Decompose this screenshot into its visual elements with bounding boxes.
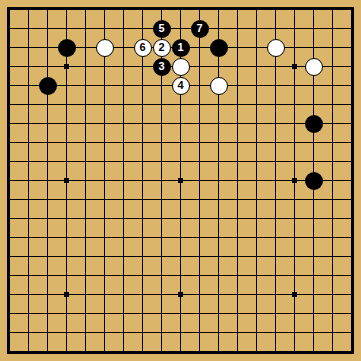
intersection-E11 [76,152,95,171]
intersection-M9 [209,190,228,209]
intersection-N1 [228,342,247,361]
intersection-S3 [323,304,342,323]
intersection-E19 [76,0,95,19]
intersection-P3 [266,304,285,323]
intersection-S16 [323,57,342,76]
intersection-M12 [209,133,228,152]
intersection-P15 [266,76,285,95]
go-board: 5762134 [0,0,361,361]
intersection-R6 [304,247,323,266]
intersection-H16 [133,57,152,76]
intersection-M16 [209,57,228,76]
intersection-L13 [190,114,209,133]
intersection-C11 [38,152,57,171]
intersection-N4 [228,285,247,304]
intersection-E3 [76,304,95,323]
intersection-D11 [57,152,76,171]
intersection-D7 [57,228,76,247]
intersection-M17 [209,38,228,57]
white-stone-M15 [210,77,228,95]
intersection-O1 [247,342,266,361]
intersection-C1 [38,342,57,361]
intersection-Q13 [285,114,304,133]
intersection-N14 [228,95,247,114]
intersection-O4 [247,285,266,304]
intersection-O9 [247,190,266,209]
intersection-J18: 5 [152,19,171,38]
intersection-F18 [95,19,114,38]
intersection-S7 [323,228,342,247]
intersection-P18 [266,19,285,38]
intersection-M7 [209,228,228,247]
intersection-O18 [247,19,266,38]
intersection-S10 [323,171,342,190]
intersection-K17: 1 [171,38,190,57]
intersection-A10 [0,171,19,190]
intersection-F17 [95,38,114,57]
star-point-D16 [64,64,69,69]
intersection-H5 [133,266,152,285]
intersection-G19 [114,0,133,19]
intersection-G2 [114,323,133,342]
intersection-F8 [95,209,114,228]
star-point-K10 [178,178,183,183]
intersection-D17 [57,38,76,57]
intersection-A3 [0,304,19,323]
intersection-O8 [247,209,266,228]
intersection-B1 [19,342,38,361]
intersection-J13 [152,114,171,133]
intersection-H1 [133,342,152,361]
intersection-R18 [304,19,323,38]
intersection-C10 [38,171,57,190]
intersection-G14 [114,95,133,114]
intersection-K11 [171,152,190,171]
intersection-A13 [0,114,19,133]
intersection-J1 [152,342,171,361]
intersection-P9 [266,190,285,209]
intersection-T5 [342,266,361,285]
intersection-L4 [190,285,209,304]
intersection-L7 [190,228,209,247]
intersection-M11 [209,152,228,171]
intersection-L15 [190,76,209,95]
intersection-M8 [209,209,228,228]
intersection-C8 [38,209,57,228]
intersection-R15 [304,76,323,95]
intersection-L18: 7 [190,19,209,38]
intersection-B16 [19,57,38,76]
intersection-H13 [133,114,152,133]
intersection-O19 [247,0,266,19]
intersection-N16 [228,57,247,76]
intersection-O7 [247,228,266,247]
intersection-T8 [342,209,361,228]
intersection-S8 [323,209,342,228]
intersection-K19 [171,0,190,19]
intersection-R13 [304,114,323,133]
intersection-Q7 [285,228,304,247]
intersection-L12 [190,133,209,152]
intersection-E16 [76,57,95,76]
intersection-M10 [209,171,228,190]
intersection-D8 [57,209,76,228]
intersection-Q12 [285,133,304,152]
intersection-L1 [190,342,209,361]
intersection-K2 [171,323,190,342]
white-stone-K15: 4 [172,77,190,95]
intersection-S19 [323,0,342,19]
intersection-G15 [114,76,133,95]
intersection-B17 [19,38,38,57]
intersection-P14 [266,95,285,114]
intersection-T2 [342,323,361,342]
intersection-T16 [342,57,361,76]
intersection-B3 [19,304,38,323]
intersection-R11 [304,152,323,171]
intersection-N19 [228,0,247,19]
star-point-D10 [64,178,69,183]
intersection-E13 [76,114,95,133]
intersection-E17 [76,38,95,57]
intersection-J10 [152,171,171,190]
intersection-B5 [19,266,38,285]
intersection-E5 [76,266,95,285]
intersection-H3 [133,304,152,323]
intersection-H19 [133,0,152,19]
black-stone-J18: 5 [153,20,171,38]
intersection-G9 [114,190,133,209]
intersection-T7 [342,228,361,247]
white-stone-K16 [172,58,190,76]
intersection-J14 [152,95,171,114]
intersection-M14 [209,95,228,114]
intersection-G6 [114,247,133,266]
intersection-E18 [76,19,95,38]
intersection-K14 [171,95,190,114]
intersection-G13 [114,114,133,133]
intersection-E2 [76,323,95,342]
intersection-H7 [133,228,152,247]
intersection-L8 [190,209,209,228]
intersection-C7 [38,228,57,247]
intersection-H12 [133,133,152,152]
intersection-E10 [76,171,95,190]
intersection-F16 [95,57,114,76]
intersection-R4 [304,285,323,304]
intersection-H6 [133,247,152,266]
intersection-K6 [171,247,190,266]
intersection-R7 [304,228,323,247]
intersection-B19 [19,0,38,19]
intersection-N5 [228,266,247,285]
intersection-S15 [323,76,342,95]
intersection-B10 [19,171,38,190]
move-number-label: 1 [177,42,183,53]
intersection-M18 [209,19,228,38]
intersection-N7 [228,228,247,247]
intersection-N8 [228,209,247,228]
intersection-H17: 6 [133,38,152,57]
intersection-A8 [0,209,19,228]
intersection-F13 [95,114,114,133]
intersection-L11 [190,152,209,171]
intersection-D2 [57,323,76,342]
intersection-G1 [114,342,133,361]
star-point-D4 [64,292,69,297]
intersection-P11 [266,152,285,171]
white-stone-H17: 6 [134,39,152,57]
intersection-A15 [0,76,19,95]
intersection-P12 [266,133,285,152]
intersection-B8 [19,209,38,228]
intersection-M13 [209,114,228,133]
intersection-F2 [95,323,114,342]
intersection-T10 [342,171,361,190]
intersection-Q2 [285,323,304,342]
intersection-F12 [95,133,114,152]
intersection-B6 [19,247,38,266]
intersection-J19 [152,0,171,19]
intersection-N12 [228,133,247,152]
intersection-G5 [114,266,133,285]
intersection-N2 [228,323,247,342]
intersection-O14 [247,95,266,114]
move-number-label: 7 [196,23,202,34]
intersection-P1 [266,342,285,361]
intersection-A7 [0,228,19,247]
intersection-K12 [171,133,190,152]
intersection-G7 [114,228,133,247]
intersection-H18 [133,19,152,38]
intersection-B15 [19,76,38,95]
intersection-S1 [323,342,342,361]
intersection-N11 [228,152,247,171]
intersection-P8 [266,209,285,228]
intersection-H11 [133,152,152,171]
intersection-M4 [209,285,228,304]
intersection-R9 [304,190,323,209]
intersection-C2 [38,323,57,342]
intersection-J9 [152,190,171,209]
intersection-A19 [0,0,19,19]
intersection-K15: 4 [171,76,190,95]
intersection-E4 [76,285,95,304]
intersection-Q14 [285,95,304,114]
intersection-S17 [323,38,342,57]
intersection-G8 [114,209,133,228]
move-number-label: 5 [158,23,164,34]
intersection-M2 [209,323,228,342]
white-stone-F17 [96,39,114,57]
intersection-F6 [95,247,114,266]
intersection-O11 [247,152,266,171]
intersection-J7 [152,228,171,247]
intersection-S2 [323,323,342,342]
white-stone-R16 [305,58,323,76]
intersection-B4 [19,285,38,304]
intersection-C9 [38,190,57,209]
intersection-M15 [209,76,228,95]
intersection-C14 [38,95,57,114]
star-point-K4 [178,292,183,297]
intersection-D15 [57,76,76,95]
intersection-L3 [190,304,209,323]
intersection-Q11 [285,152,304,171]
intersection-O3 [247,304,266,323]
intersection-J2 [152,323,171,342]
intersection-J4 [152,285,171,304]
intersection-E15 [76,76,95,95]
intersection-L19 [190,0,209,19]
intersection-G3 [114,304,133,323]
intersection-T3 [342,304,361,323]
intersection-C13 [38,114,57,133]
intersection-N6 [228,247,247,266]
intersection-E8 [76,209,95,228]
intersection-R1 [304,342,323,361]
intersection-T12 [342,133,361,152]
intersection-O17 [247,38,266,57]
intersection-A5 [0,266,19,285]
intersection-F7 [95,228,114,247]
black-stone-M17 [210,39,228,57]
intersection-O10 [247,171,266,190]
intersection-D3 [57,304,76,323]
intersection-K16 [171,57,190,76]
intersection-S4 [323,285,342,304]
intersection-A1 [0,342,19,361]
intersection-P16 [266,57,285,76]
intersection-A14 [0,95,19,114]
intersection-A2 [0,323,19,342]
intersection-T9 [342,190,361,209]
intersection-A18 [0,19,19,38]
intersection-A12 [0,133,19,152]
intersection-T19 [342,0,361,19]
intersection-Q9 [285,190,304,209]
intersection-M6 [209,247,228,266]
intersection-E7 [76,228,95,247]
intersection-B11 [19,152,38,171]
intersection-Q8 [285,209,304,228]
intersection-S18 [323,19,342,38]
intersection-D18 [57,19,76,38]
intersection-P4 [266,285,285,304]
intersection-S6 [323,247,342,266]
intersection-Q5 [285,266,304,285]
intersection-K13 [171,114,190,133]
intersection-C12 [38,133,57,152]
intersection-N15 [228,76,247,95]
intersection-Q1 [285,342,304,361]
intersection-G11 [114,152,133,171]
intersection-K3 [171,304,190,323]
intersection-A9 [0,190,19,209]
intersection-F1 [95,342,114,361]
intersection-S5 [323,266,342,285]
intersection-L14 [190,95,209,114]
intersection-T18 [342,19,361,38]
intersection-H10 [133,171,152,190]
intersection-L17 [190,38,209,57]
black-stone-L18: 7 [191,20,209,38]
intersection-B12 [19,133,38,152]
intersection-N17 [228,38,247,57]
intersection-N10 [228,171,247,190]
intersection-N13 [228,114,247,133]
intersection-O13 [247,114,266,133]
intersection-F4 [95,285,114,304]
intersection-O12 [247,133,266,152]
black-stone-R13 [305,115,323,133]
intersection-R19 [304,0,323,19]
intersection-T4 [342,285,361,304]
intersection-C16 [38,57,57,76]
intersection-F15 [95,76,114,95]
intersection-B2 [19,323,38,342]
intersection-E1 [76,342,95,361]
white-stone-P17 [267,39,285,57]
move-number-label: 3 [158,61,164,72]
intersection-E6 [76,247,95,266]
star-point-Q4 [292,292,297,297]
intersection-R2 [304,323,323,342]
intersection-E14 [76,95,95,114]
intersection-H15 [133,76,152,95]
intersection-P2 [266,323,285,342]
intersection-L5 [190,266,209,285]
intersection-O16 [247,57,266,76]
intersection-G4 [114,285,133,304]
star-point-Q10 [292,178,297,183]
intersection-J15 [152,76,171,95]
intersection-O5 [247,266,266,285]
intersection-R3 [304,304,323,323]
intersection-C3 [38,304,57,323]
black-stone-K17: 1 [172,39,190,57]
intersection-N9 [228,190,247,209]
intersection-J12 [152,133,171,152]
intersection-O2 [247,323,266,342]
intersection-J3 [152,304,171,323]
intersection-S12 [323,133,342,152]
intersection-Q18 [285,19,304,38]
intersection-T15 [342,76,361,95]
intersection-B18 [19,19,38,38]
intersection-R16 [304,57,323,76]
intersection-B14 [19,95,38,114]
black-stone-D17 [58,39,76,57]
intersection-A11 [0,152,19,171]
intersection-F11 [95,152,114,171]
star-point-Q16 [292,64,297,69]
intersection-O6 [247,247,266,266]
intersection-C6 [38,247,57,266]
intersection-G10 [114,171,133,190]
intersection-F9 [95,190,114,209]
intersection-P19 [266,0,285,19]
intersection-A17 [0,38,19,57]
intersection-M19 [209,0,228,19]
intersection-R14 [304,95,323,114]
intersection-K8 [171,209,190,228]
intersection-F19 [95,0,114,19]
intersection-T1 [342,342,361,361]
intersection-R17 [304,38,323,57]
intersection-D1 [57,342,76,361]
intersection-C5 [38,266,57,285]
